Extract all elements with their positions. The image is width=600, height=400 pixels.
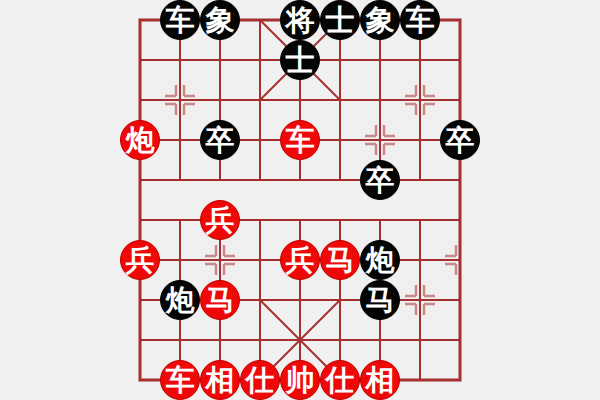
- piece-black-cannon[interactable]: 炮: [160, 280, 200, 320]
- piece-red-advisor[interactable]: 仕: [320, 360, 360, 400]
- piece-red-soldier[interactable]: 兵: [280, 240, 320, 280]
- piece-black-soldier[interactable]: 卒: [200, 120, 240, 160]
- xiangqi-board: 车象将士象车士炮卒车卒卒兵兵兵马炮炮马马车相仕帅仕相: [0, 0, 600, 400]
- piece-black-horse[interactable]: 马: [360, 280, 400, 320]
- piece-black-general[interactable]: 将: [280, 0, 320, 40]
- piece-red-elephant[interactable]: 相: [200, 360, 240, 400]
- piece-red-horse[interactable]: 马: [320, 240, 360, 280]
- piece-red-soldier[interactable]: 兵: [200, 200, 240, 240]
- piece-red-soldier[interactable]: 兵: [120, 240, 160, 280]
- piece-red-general[interactable]: 帅: [280, 360, 320, 400]
- piece-red-advisor[interactable]: 仕: [240, 360, 280, 400]
- piece-black-advisor[interactable]: 士: [320, 0, 360, 40]
- piece-red-chariot[interactable]: 车: [160, 360, 200, 400]
- piece-black-chariot[interactable]: 车: [400, 0, 440, 40]
- piece-black-chariot[interactable]: 车: [160, 0, 200, 40]
- piece-red-chariot[interactable]: 车: [280, 120, 320, 160]
- piece-red-horse[interactable]: 马: [200, 280, 240, 320]
- piece-red-cannon[interactable]: 炮: [120, 120, 160, 160]
- piece-black-advisor[interactable]: 士: [280, 40, 320, 80]
- piece-black-cannon[interactable]: 炮: [360, 240, 400, 280]
- piece-red-elephant[interactable]: 相: [360, 360, 400, 400]
- piece-black-soldier[interactable]: 卒: [360, 160, 400, 200]
- piece-black-soldier[interactable]: 卒: [440, 120, 480, 160]
- piece-black-elephant[interactable]: 象: [200, 0, 240, 40]
- piece-black-elephant[interactable]: 象: [360, 0, 400, 40]
